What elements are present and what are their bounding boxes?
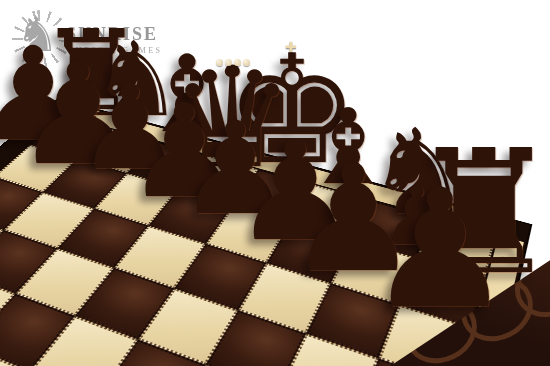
product-photo-stage: ABCDEFGH 87654321 ♞ SUNRISE CHESS & GAME… bbox=[0, 0, 550, 366]
piece-h7-pawn[interactable]: ♟ bbox=[358, 168, 522, 332]
